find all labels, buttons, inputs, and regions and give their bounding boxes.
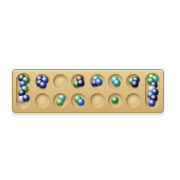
pit-bottom-6[interactable] xyxy=(125,91,143,110)
pit-top-6[interactable] xyxy=(125,72,143,91)
marble xyxy=(40,81,47,88)
pit-hollow xyxy=(53,93,68,108)
pit-hollow xyxy=(108,74,123,89)
pit-top-2[interactable] xyxy=(51,72,69,91)
pit-hollow xyxy=(90,93,105,108)
marble xyxy=(56,99,63,106)
pit-hollow xyxy=(90,74,105,89)
mancala-board xyxy=(12,69,164,113)
pit-hollow xyxy=(53,74,68,89)
marble xyxy=(114,79,121,86)
pit-bottom-4[interactable] xyxy=(88,91,106,110)
pit-top-3[interactable] xyxy=(70,72,88,91)
marble xyxy=(148,99,155,106)
pit-hollow xyxy=(126,93,141,108)
pit-hollow xyxy=(108,93,123,108)
pit-bottom-3[interactable] xyxy=(70,91,88,110)
pit-hollow xyxy=(35,74,50,89)
marble xyxy=(112,96,119,103)
left-store xyxy=(16,73,31,109)
pit-hollow xyxy=(71,93,86,108)
marble xyxy=(77,99,84,106)
photo-background xyxy=(0,0,180,180)
marble xyxy=(77,80,84,87)
pit-hollow xyxy=(35,93,50,108)
right-store xyxy=(145,73,160,109)
pit-hollow xyxy=(71,74,86,89)
marble xyxy=(22,95,29,102)
pit-bottom-2[interactable] xyxy=(51,91,69,110)
pit-bottom-5[interactable] xyxy=(106,91,124,110)
pit-top-5[interactable] xyxy=(106,72,124,91)
pit-top-4[interactable] xyxy=(88,72,106,91)
pit-bottom-1[interactable] xyxy=(33,91,51,110)
pit-top-1[interactable] xyxy=(33,72,51,91)
marble xyxy=(132,80,139,87)
marble xyxy=(96,79,103,86)
pit-hollow xyxy=(126,74,141,89)
